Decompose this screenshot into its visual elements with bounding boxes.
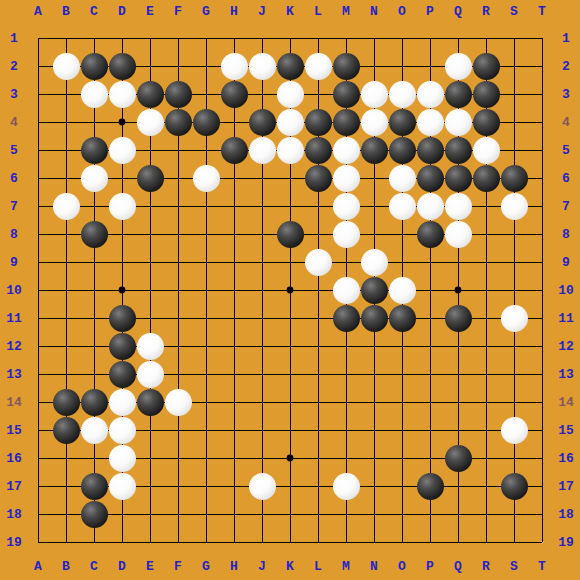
intersection-G9[interactable] <box>192 248 220 276</box>
intersection-J5[interactable]: ○ <box>248 136 276 164</box>
intersection-K17[interactable] <box>276 472 304 500</box>
intersection-H11[interactable] <box>220 304 248 332</box>
intersection-D11[interactable]: ● <box>108 304 136 332</box>
intersection-M19[interactable] <box>332 528 360 556</box>
intersection-E16[interactable] <box>136 444 164 472</box>
intersection-J11[interactable] <box>248 304 276 332</box>
intersection-M17[interactable]: ○ <box>332 472 360 500</box>
intersection-T15[interactable] <box>528 416 556 444</box>
intersection-N4[interactable]: ○ <box>360 108 388 136</box>
intersection-R7[interactable] <box>472 192 500 220</box>
intersection-Q18[interactable] <box>444 500 472 528</box>
intersection-J3[interactable] <box>248 80 276 108</box>
intersection-T10[interactable] <box>528 276 556 304</box>
intersection-G4[interactable]: ● <box>192 108 220 136</box>
intersection-L12[interactable] <box>304 332 332 360</box>
intersection-M9[interactable] <box>332 248 360 276</box>
intersection-R18[interactable] <box>472 500 500 528</box>
intersection-S12[interactable] <box>500 332 528 360</box>
intersection-G11[interactable] <box>192 304 220 332</box>
intersection-D15[interactable]: ○ <box>108 416 136 444</box>
intersection-S3[interactable] <box>500 80 528 108</box>
intersection-N10[interactable]: ● <box>360 276 388 304</box>
intersection-C5[interactable]: ● <box>80 136 108 164</box>
intersection-M13[interactable] <box>332 360 360 388</box>
intersection-L9[interactable]: ○ <box>304 248 332 276</box>
intersection-C8[interactable]: ● <box>80 220 108 248</box>
intersection-E11[interactable] <box>136 304 164 332</box>
intersection-F8[interactable] <box>164 220 192 248</box>
intersection-A19[interactable] <box>24 528 52 556</box>
intersection-O14[interactable] <box>388 388 416 416</box>
intersection-R3[interactable]: ● <box>472 80 500 108</box>
intersection-J9[interactable] <box>248 248 276 276</box>
intersection-K8[interactable]: ● <box>276 220 304 248</box>
intersection-H15[interactable] <box>220 416 248 444</box>
intersection-F16[interactable] <box>164 444 192 472</box>
intersection-R16[interactable] <box>472 444 500 472</box>
intersection-P19[interactable] <box>416 528 444 556</box>
intersection-N12[interactable] <box>360 332 388 360</box>
intersection-T13[interactable] <box>528 360 556 388</box>
intersection-T5[interactable] <box>528 136 556 164</box>
intersection-Q9[interactable] <box>444 248 472 276</box>
intersection-F7[interactable] <box>164 192 192 220</box>
intersection-E14[interactable]: ● <box>136 388 164 416</box>
intersection-P9[interactable] <box>416 248 444 276</box>
intersection-T9[interactable] <box>528 248 556 276</box>
intersection-O16[interactable] <box>388 444 416 472</box>
intersection-L2[interactable]: ○ <box>304 52 332 80</box>
intersection-S18[interactable] <box>500 500 528 528</box>
intersection-M2[interactable]: ● <box>332 52 360 80</box>
intersection-S10[interactable] <box>500 276 528 304</box>
intersection-L14[interactable] <box>304 388 332 416</box>
intersection-S16[interactable] <box>500 444 528 472</box>
intersection-D19[interactable] <box>108 528 136 556</box>
intersection-H6[interactable] <box>220 164 248 192</box>
intersection-P10[interactable] <box>416 276 444 304</box>
intersection-B18[interactable] <box>52 500 80 528</box>
intersection-A5[interactable] <box>24 136 52 164</box>
intersection-H9[interactable] <box>220 248 248 276</box>
intersection-L3[interactable] <box>304 80 332 108</box>
intersection-B8[interactable] <box>52 220 80 248</box>
intersection-Q1[interactable] <box>444 24 472 52</box>
intersection-O18[interactable] <box>388 500 416 528</box>
intersection-P3[interactable]: ○ <box>416 80 444 108</box>
intersection-K13[interactable] <box>276 360 304 388</box>
intersection-J12[interactable] <box>248 332 276 360</box>
intersection-B12[interactable] <box>52 332 80 360</box>
intersection-E18[interactable] <box>136 500 164 528</box>
intersection-K10[interactable] <box>276 276 304 304</box>
intersection-H17[interactable] <box>220 472 248 500</box>
intersection-F4[interactable]: ● <box>164 108 192 136</box>
intersection-T14[interactable] <box>528 388 556 416</box>
intersection-T11[interactable] <box>528 304 556 332</box>
intersection-A3[interactable] <box>24 80 52 108</box>
intersection-K12[interactable] <box>276 332 304 360</box>
intersection-D6[interactable] <box>108 164 136 192</box>
intersection-J4[interactable]: ● <box>248 108 276 136</box>
intersection-A8[interactable] <box>24 220 52 248</box>
intersection-Q19[interactable] <box>444 528 472 556</box>
intersection-P6[interactable]: ● <box>416 164 444 192</box>
intersection-T12[interactable] <box>528 332 556 360</box>
intersection-K11[interactable] <box>276 304 304 332</box>
intersection-F19[interactable] <box>164 528 192 556</box>
intersection-S14[interactable] <box>500 388 528 416</box>
intersection-B13[interactable] <box>52 360 80 388</box>
intersection-D13[interactable]: ● <box>108 360 136 388</box>
intersection-N3[interactable]: ○ <box>360 80 388 108</box>
intersection-F13[interactable] <box>164 360 192 388</box>
intersection-E13[interactable]: ○ <box>136 360 164 388</box>
intersection-C9[interactable] <box>80 248 108 276</box>
intersection-S9[interactable] <box>500 248 528 276</box>
intersection-O13[interactable] <box>388 360 416 388</box>
intersection-S11[interactable]: ○ <box>500 304 528 332</box>
intersection-C16[interactable] <box>80 444 108 472</box>
intersection-P1[interactable] <box>416 24 444 52</box>
intersection-K9[interactable] <box>276 248 304 276</box>
intersection-P17[interactable]: ● <box>416 472 444 500</box>
intersection-L1[interactable] <box>304 24 332 52</box>
intersection-J6[interactable] <box>248 164 276 192</box>
intersection-B15[interactable]: ● <box>52 416 80 444</box>
intersection-J18[interactable] <box>248 500 276 528</box>
intersection-R15[interactable] <box>472 416 500 444</box>
intersection-N8[interactable] <box>360 220 388 248</box>
intersection-S6[interactable]: ● <box>500 164 528 192</box>
intersection-N2[interactable] <box>360 52 388 80</box>
intersection-K18[interactable] <box>276 500 304 528</box>
intersection-O2[interactable] <box>388 52 416 80</box>
intersection-F2[interactable] <box>164 52 192 80</box>
intersection-P15[interactable] <box>416 416 444 444</box>
intersection-G7[interactable] <box>192 192 220 220</box>
intersection-F11[interactable] <box>164 304 192 332</box>
intersection-L5[interactable]: ● <box>304 136 332 164</box>
intersection-F6[interactable] <box>164 164 192 192</box>
intersection-S4[interactable] <box>500 108 528 136</box>
intersection-T3[interactable] <box>528 80 556 108</box>
intersection-B2[interactable]: ○ <box>52 52 80 80</box>
intersection-E7[interactable] <box>136 192 164 220</box>
intersection-M12[interactable] <box>332 332 360 360</box>
intersection-L11[interactable] <box>304 304 332 332</box>
intersection-T17[interactable] <box>528 472 556 500</box>
intersection-K2[interactable]: ● <box>276 52 304 80</box>
intersection-H16[interactable] <box>220 444 248 472</box>
intersection-O8[interactable] <box>388 220 416 248</box>
intersection-S7[interactable]: ○ <box>500 192 528 220</box>
intersection-F3[interactable]: ● <box>164 80 192 108</box>
intersection-D3[interactable]: ○ <box>108 80 136 108</box>
intersection-C14[interactable]: ● <box>80 388 108 416</box>
intersection-D18[interactable] <box>108 500 136 528</box>
intersection-S8[interactable] <box>500 220 528 248</box>
intersection-P16[interactable] <box>416 444 444 472</box>
intersection-A13[interactable] <box>24 360 52 388</box>
intersection-B1[interactable] <box>52 24 80 52</box>
intersection-R1[interactable] <box>472 24 500 52</box>
intersection-J7[interactable] <box>248 192 276 220</box>
intersection-A15[interactable] <box>24 416 52 444</box>
intersection-N19[interactable] <box>360 528 388 556</box>
intersection-N13[interactable] <box>360 360 388 388</box>
intersection-B19[interactable] <box>52 528 80 556</box>
intersection-T4[interactable] <box>528 108 556 136</box>
intersection-L6[interactable]: ● <box>304 164 332 192</box>
intersection-K7[interactable] <box>276 192 304 220</box>
intersection-L19[interactable] <box>304 528 332 556</box>
intersection-A4[interactable] <box>24 108 52 136</box>
intersection-K3[interactable]: ○ <box>276 80 304 108</box>
intersection-C17[interactable]: ● <box>80 472 108 500</box>
intersection-E5[interactable] <box>136 136 164 164</box>
intersection-S17[interactable]: ● <box>500 472 528 500</box>
intersection-J16[interactable] <box>248 444 276 472</box>
intersection-E1[interactable] <box>136 24 164 52</box>
intersection-N1[interactable] <box>360 24 388 52</box>
intersection-R11[interactable] <box>472 304 500 332</box>
intersection-E8[interactable] <box>136 220 164 248</box>
intersection-O10[interactable]: ○ <box>388 276 416 304</box>
intersection-C13[interactable] <box>80 360 108 388</box>
intersection-K15[interactable] <box>276 416 304 444</box>
intersection-G5[interactable] <box>192 136 220 164</box>
intersection-N6[interactable] <box>360 164 388 192</box>
intersection-F10[interactable] <box>164 276 192 304</box>
intersection-O5[interactable]: ● <box>388 136 416 164</box>
intersection-J17[interactable]: ○ <box>248 472 276 500</box>
intersection-J1[interactable] <box>248 24 276 52</box>
intersection-A9[interactable] <box>24 248 52 276</box>
intersection-B7[interactable]: ○ <box>52 192 80 220</box>
intersection-B11[interactable] <box>52 304 80 332</box>
intersection-H8[interactable] <box>220 220 248 248</box>
intersection-G8[interactable] <box>192 220 220 248</box>
intersection-B10[interactable] <box>52 276 80 304</box>
intersection-A17[interactable] <box>24 472 52 500</box>
intersection-R9[interactable] <box>472 248 500 276</box>
intersection-P18[interactable] <box>416 500 444 528</box>
intersection-C3[interactable]: ○ <box>80 80 108 108</box>
intersection-O4[interactable]: ● <box>388 108 416 136</box>
intersection-B3[interactable] <box>52 80 80 108</box>
intersection-K19[interactable] <box>276 528 304 556</box>
intersection-C4[interactable] <box>80 108 108 136</box>
intersection-B5[interactable] <box>52 136 80 164</box>
intersection-E9[interactable] <box>136 248 164 276</box>
intersection-C19[interactable] <box>80 528 108 556</box>
intersection-S5[interactable] <box>500 136 528 164</box>
intersection-L13[interactable] <box>304 360 332 388</box>
intersection-D16[interactable]: ○ <box>108 444 136 472</box>
intersection-J10[interactable] <box>248 276 276 304</box>
intersection-H10[interactable] <box>220 276 248 304</box>
intersection-H14[interactable] <box>220 388 248 416</box>
intersection-B6[interactable] <box>52 164 80 192</box>
intersection-T7[interactable] <box>528 192 556 220</box>
intersection-R14[interactable] <box>472 388 500 416</box>
intersection-H5[interactable]: ● <box>220 136 248 164</box>
intersection-M11[interactable]: ● <box>332 304 360 332</box>
intersection-T18[interactable] <box>528 500 556 528</box>
intersection-E17[interactable] <box>136 472 164 500</box>
intersection-Q13[interactable] <box>444 360 472 388</box>
intersection-G13[interactable] <box>192 360 220 388</box>
intersection-R2[interactable]: ● <box>472 52 500 80</box>
intersection-R6[interactable]: ● <box>472 164 500 192</box>
intersection-D1[interactable] <box>108 24 136 52</box>
intersection-F14[interactable]: ○ <box>164 388 192 416</box>
intersection-S1[interactable] <box>500 24 528 52</box>
intersection-Q4[interactable]: ○ <box>444 108 472 136</box>
intersection-T16[interactable] <box>528 444 556 472</box>
intersection-B4[interactable] <box>52 108 80 136</box>
intersection-G16[interactable] <box>192 444 220 472</box>
intersection-Q8[interactable]: ○ <box>444 220 472 248</box>
intersection-A12[interactable] <box>24 332 52 360</box>
intersection-R5[interactable]: ○ <box>472 136 500 164</box>
intersection-H13[interactable] <box>220 360 248 388</box>
intersection-C7[interactable] <box>80 192 108 220</box>
intersection-Q3[interactable]: ● <box>444 80 472 108</box>
intersection-O9[interactable] <box>388 248 416 276</box>
intersection-M5[interactable]: ○ <box>332 136 360 164</box>
intersection-B17[interactable] <box>52 472 80 500</box>
intersection-N5[interactable]: ● <box>360 136 388 164</box>
intersection-D14[interactable]: ○ <box>108 388 136 416</box>
intersection-L15[interactable] <box>304 416 332 444</box>
intersection-R4[interactable]: ● <box>472 108 500 136</box>
intersection-C18[interactable]: ● <box>80 500 108 528</box>
intersection-Q10[interactable] <box>444 276 472 304</box>
intersection-P4[interactable]: ○ <box>416 108 444 136</box>
intersection-N18[interactable] <box>360 500 388 528</box>
intersection-L4[interactable]: ● <box>304 108 332 136</box>
intersection-F17[interactable] <box>164 472 192 500</box>
intersection-H3[interactable]: ● <box>220 80 248 108</box>
intersection-R19[interactable] <box>472 528 500 556</box>
intersection-M18[interactable] <box>332 500 360 528</box>
intersection-Q17[interactable] <box>444 472 472 500</box>
intersection-T6[interactable] <box>528 164 556 192</box>
intersection-L10[interactable] <box>304 276 332 304</box>
intersection-H4[interactable] <box>220 108 248 136</box>
intersection-N11[interactable]: ● <box>360 304 388 332</box>
intersection-O6[interactable]: ○ <box>388 164 416 192</box>
intersection-D17[interactable]: ○ <box>108 472 136 500</box>
intersection-M1[interactable] <box>332 24 360 52</box>
intersection-G15[interactable] <box>192 416 220 444</box>
intersection-S15[interactable]: ○ <box>500 416 528 444</box>
intersection-Q5[interactable]: ● <box>444 136 472 164</box>
intersection-T1[interactable] <box>528 24 556 52</box>
intersection-N16[interactable] <box>360 444 388 472</box>
intersection-N7[interactable] <box>360 192 388 220</box>
intersection-C6[interactable]: ○ <box>80 164 108 192</box>
intersection-G17[interactable] <box>192 472 220 500</box>
intersection-Q16[interactable]: ● <box>444 444 472 472</box>
intersection-H1[interactable] <box>220 24 248 52</box>
intersection-M4[interactable]: ● <box>332 108 360 136</box>
intersection-O17[interactable] <box>388 472 416 500</box>
intersection-P12[interactable] <box>416 332 444 360</box>
intersection-O12[interactable] <box>388 332 416 360</box>
intersection-K14[interactable] <box>276 388 304 416</box>
intersection-G2[interactable] <box>192 52 220 80</box>
intersection-A7[interactable] <box>24 192 52 220</box>
intersection-Q15[interactable] <box>444 416 472 444</box>
intersection-H18[interactable] <box>220 500 248 528</box>
intersection-A10[interactable] <box>24 276 52 304</box>
intersection-E4[interactable]: ○ <box>136 108 164 136</box>
intersection-A1[interactable] <box>24 24 52 52</box>
intersection-C2[interactable]: ● <box>80 52 108 80</box>
intersection-C11[interactable] <box>80 304 108 332</box>
intersection-Q14[interactable] <box>444 388 472 416</box>
intersection-M3[interactable]: ● <box>332 80 360 108</box>
intersection-K6[interactable] <box>276 164 304 192</box>
intersection-L7[interactable] <box>304 192 332 220</box>
intersection-C10[interactable] <box>80 276 108 304</box>
intersection-C15[interactable]: ○ <box>80 416 108 444</box>
intersection-Q7[interactable]: ○ <box>444 192 472 220</box>
intersection-M10[interactable]: ○ <box>332 276 360 304</box>
intersection-A11[interactable] <box>24 304 52 332</box>
intersection-R17[interactable] <box>472 472 500 500</box>
intersection-O15[interactable] <box>388 416 416 444</box>
intersection-A14[interactable] <box>24 388 52 416</box>
intersection-D10[interactable] <box>108 276 136 304</box>
intersection-D5[interactable]: ○ <box>108 136 136 164</box>
intersection-N14[interactable] <box>360 388 388 416</box>
intersection-R8[interactable] <box>472 220 500 248</box>
intersection-D12[interactable]: ● <box>108 332 136 360</box>
intersection-A6[interactable] <box>24 164 52 192</box>
intersection-K4[interactable]: ○ <box>276 108 304 136</box>
intersection-G10[interactable] <box>192 276 220 304</box>
intersection-Q2[interactable]: ○ <box>444 52 472 80</box>
intersection-F5[interactable] <box>164 136 192 164</box>
intersection-A16[interactable] <box>24 444 52 472</box>
intersection-Q12[interactable] <box>444 332 472 360</box>
intersection-L18[interactable] <box>304 500 332 528</box>
intersection-L8[interactable] <box>304 220 332 248</box>
intersection-M8[interactable]: ○ <box>332 220 360 248</box>
intersection-S13[interactable] <box>500 360 528 388</box>
intersection-E6[interactable]: ● <box>136 164 164 192</box>
intersection-G12[interactable] <box>192 332 220 360</box>
intersection-S19[interactable] <box>500 528 528 556</box>
intersection-K5[interactable]: ○ <box>276 136 304 164</box>
intersection-D9[interactable] <box>108 248 136 276</box>
intersection-D7[interactable]: ○ <box>108 192 136 220</box>
intersection-P14[interactable] <box>416 388 444 416</box>
intersection-J13[interactable] <box>248 360 276 388</box>
intersection-E12[interactable]: ○ <box>136 332 164 360</box>
intersection-M16[interactable] <box>332 444 360 472</box>
intersection-J19[interactable] <box>248 528 276 556</box>
intersection-K16[interactable] <box>276 444 304 472</box>
intersection-N9[interactable]: ○ <box>360 248 388 276</box>
intersection-K1[interactable] <box>276 24 304 52</box>
intersection-O7[interactable]: ○ <box>388 192 416 220</box>
